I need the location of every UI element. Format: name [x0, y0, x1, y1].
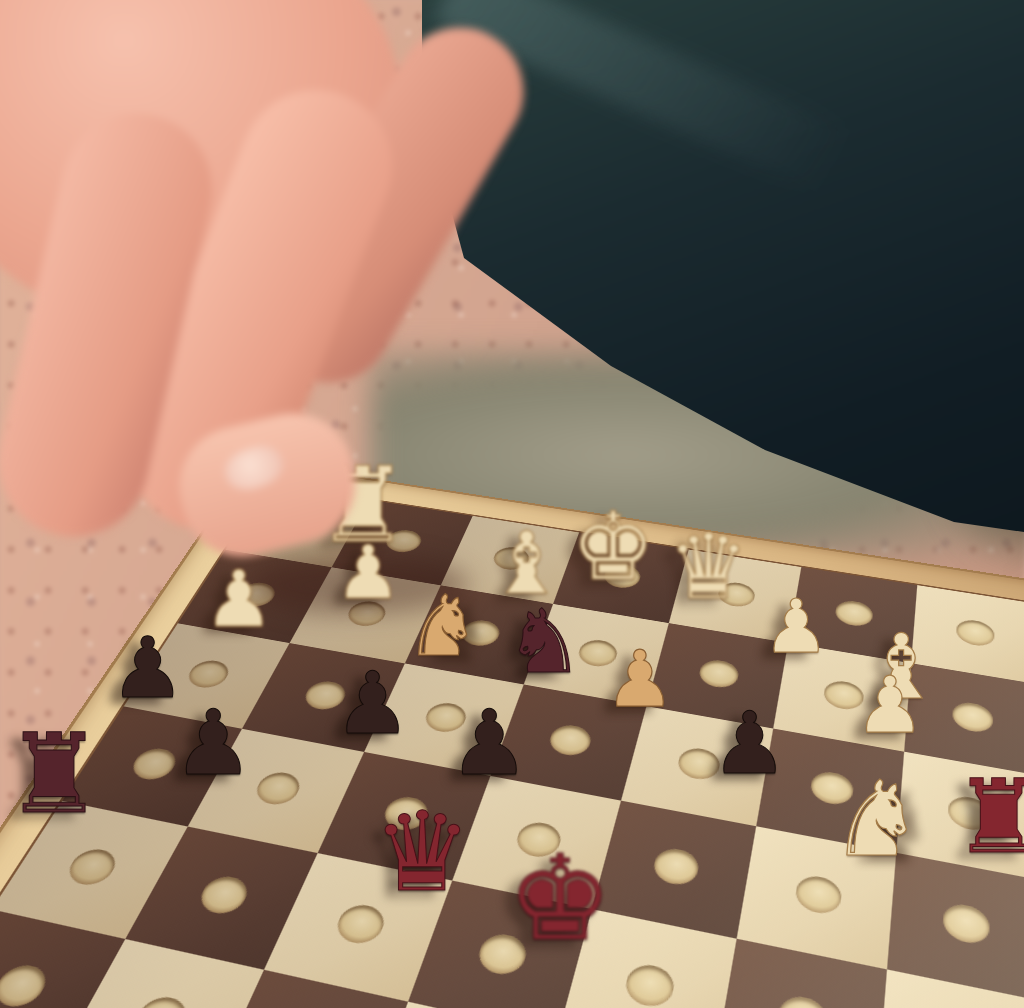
black-king[interactable]: ♚ [507, 844, 613, 953]
black-rook[interactable]: ♜ [5, 724, 104, 825]
white-knight[interactable]: ♞ [830, 772, 923, 868]
black-pawn[interactable]: ♟ [449, 702, 530, 785]
black-pawn[interactable]: ♟ [334, 664, 411, 743]
white-knight[interactable]: ♞ [405, 588, 480, 665]
white-pawn[interactable]: ♟ [335, 538, 401, 606]
white-king[interactable]: ♚ [571, 504, 655, 590]
black-pawn[interactable]: ♟ [711, 704, 788, 783]
white-pawn[interactable]: ♟ [855, 670, 925, 742]
white-pawn[interactable]: ♟ [763, 592, 829, 660]
black-pawn[interactable]: ♟ [173, 702, 254, 785]
black-knight[interactable]: ♞ [505, 602, 584, 683]
black-queen[interactable]: ♛ [373, 802, 472, 903]
black-rook[interactable]: ♜ [953, 770, 1024, 864]
white-queen[interactable]: ♛ [668, 526, 749, 609]
photo-stage: ♜♟♟♞♝♚♛♟♟♝♟♞♜♟♟♟♞♟♛♚♟♜ [0, 0, 1024, 1008]
white-pawn[interactable]: ♟ [605, 644, 675, 716]
white-pawn[interactable]: ♟ [204, 564, 274, 636]
